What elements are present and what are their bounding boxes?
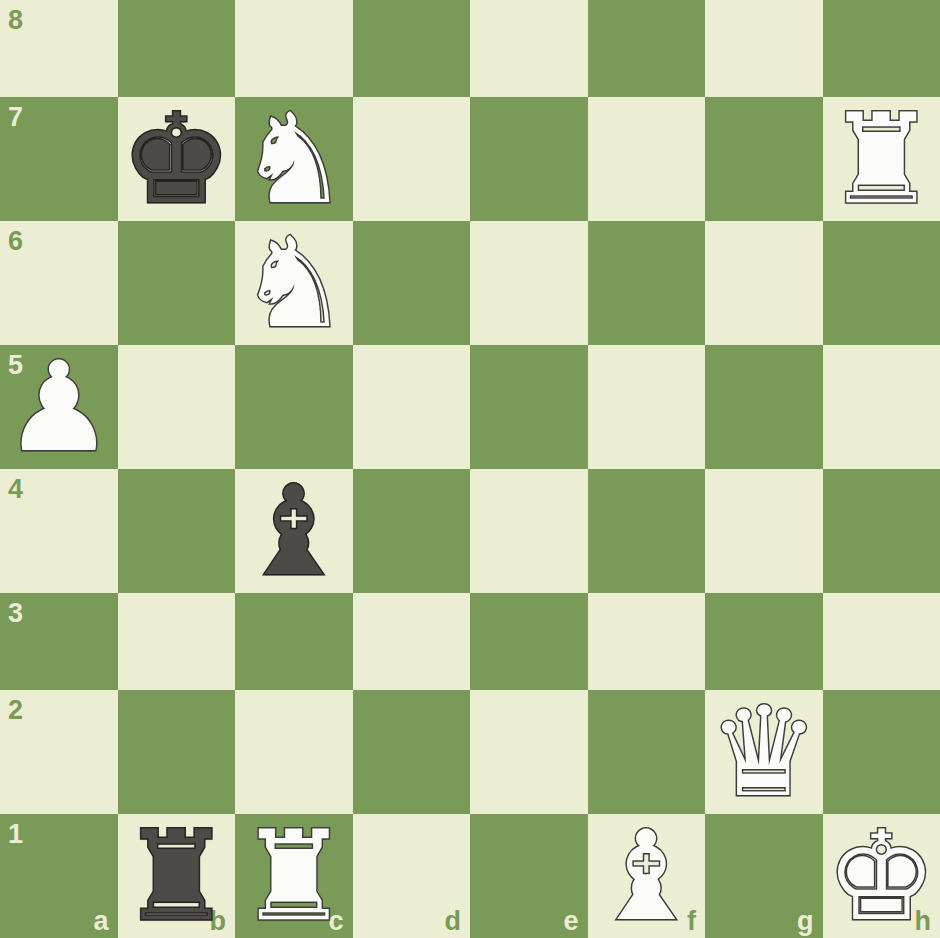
square-h1[interactable]: h♚ [823, 814, 940, 938]
square-a6[interactable]: 6 [0, 221, 118, 345]
square-a1[interactable]: 1a [0, 814, 118, 938]
square-d2[interactable] [353, 690, 471, 814]
square-e7[interactable] [470, 97, 588, 221]
square-f2[interactable] [588, 690, 706, 814]
square-e4[interactable] [470, 469, 588, 593]
square-d6[interactable] [353, 221, 471, 345]
square-b2[interactable] [118, 690, 236, 814]
square-h8[interactable] [823, 0, 940, 97]
file-label-e: e [563, 908, 578, 935]
rank-label-2: 2 [8, 697, 23, 724]
square-a7[interactable]: 7 [0, 97, 118, 221]
square-b3[interactable] [118, 593, 236, 690]
file-label-d: d [445, 908, 462, 935]
square-b7[interactable]: ♚ [118, 97, 236, 221]
square-d8[interactable] [353, 0, 471, 97]
chess-board: 87♚♞♜6♞5♟4♝32♛1ab♜c♜def♝gh♚ [0, 0, 940, 938]
square-c2[interactable] [235, 690, 353, 814]
square-d5[interactable] [353, 345, 471, 469]
black-king-piece[interactable]: ♚ [121, 97, 232, 221]
square-d7[interactable] [353, 97, 471, 221]
square-d1[interactable]: d [353, 814, 471, 938]
square-e2[interactable] [470, 690, 588, 814]
square-b8[interactable] [118, 0, 236, 97]
square-e6[interactable] [470, 221, 588, 345]
square-a5[interactable]: 5♟ [0, 345, 118, 469]
square-a4[interactable]: 4 [0, 469, 118, 593]
square-d3[interactable] [353, 593, 471, 690]
square-f4[interactable] [588, 469, 706, 593]
white-knight-piece[interactable]: ♞ [238, 221, 349, 345]
file-label-g: g [797, 908, 814, 935]
square-g5[interactable] [705, 345, 823, 469]
white-pawn-piece[interactable]: ♟ [3, 345, 114, 469]
square-f3[interactable] [588, 593, 706, 690]
white-bishop-piece[interactable]: ♝ [591, 814, 702, 938]
rank-label-6: 6 [8, 228, 23, 255]
square-b1[interactable]: b♜ [118, 814, 236, 938]
square-f5[interactable] [588, 345, 706, 469]
square-g3[interactable] [705, 593, 823, 690]
square-a3[interactable]: 3 [0, 593, 118, 690]
square-c3[interactable] [235, 593, 353, 690]
white-rook-piece[interactable]: ♜ [238, 814, 349, 938]
square-c4[interactable]: ♝ [235, 469, 353, 593]
white-rook-piece[interactable]: ♜ [826, 97, 937, 221]
square-f1[interactable]: f♝ [588, 814, 706, 938]
file-label-a: a [93, 908, 108, 935]
square-d4[interactable] [353, 469, 471, 593]
square-b4[interactable] [118, 469, 236, 593]
square-f6[interactable] [588, 221, 706, 345]
square-b6[interactable] [118, 221, 236, 345]
square-e1[interactable]: e [470, 814, 588, 938]
square-c5[interactable] [235, 345, 353, 469]
white-knight-piece[interactable]: ♞ [238, 97, 349, 221]
square-a2[interactable]: 2 [0, 690, 118, 814]
square-g6[interactable] [705, 221, 823, 345]
square-h3[interactable] [823, 593, 940, 690]
square-a8[interactable]: 8 [0, 0, 118, 97]
square-c6[interactable]: ♞ [235, 221, 353, 345]
square-g7[interactable] [705, 97, 823, 221]
square-e8[interactable] [470, 0, 588, 97]
square-g2[interactable]: ♛ [705, 690, 823, 814]
rank-label-8: 8 [8, 7, 23, 34]
square-b5[interactable] [118, 345, 236, 469]
square-h4[interactable] [823, 469, 940, 593]
square-g8[interactable] [705, 0, 823, 97]
square-e3[interactable] [470, 593, 588, 690]
square-c8[interactable] [235, 0, 353, 97]
square-c7[interactable]: ♞ [235, 97, 353, 221]
square-f7[interactable] [588, 97, 706, 221]
square-f8[interactable] [588, 0, 706, 97]
square-h7[interactable]: ♜ [823, 97, 940, 221]
rank-label-1: 1 [8, 821, 23, 848]
rank-label-4: 4 [8, 476, 23, 503]
square-g1[interactable]: g [705, 814, 823, 938]
square-g4[interactable] [705, 469, 823, 593]
square-h2[interactable] [823, 690, 940, 814]
white-queen-piece[interactable]: ♛ [708, 690, 819, 814]
square-h6[interactable] [823, 221, 940, 345]
black-rook-piece[interactable]: ♜ [121, 814, 232, 938]
square-h5[interactable] [823, 345, 940, 469]
square-c1[interactable]: c♜ [235, 814, 353, 938]
rank-label-7: 7 [8, 104, 23, 131]
black-bishop-piece[interactable]: ♝ [238, 469, 349, 593]
rank-label-3: 3 [8, 600, 23, 627]
white-king-piece[interactable]: ♚ [826, 814, 937, 938]
square-e5[interactable] [470, 345, 588, 469]
